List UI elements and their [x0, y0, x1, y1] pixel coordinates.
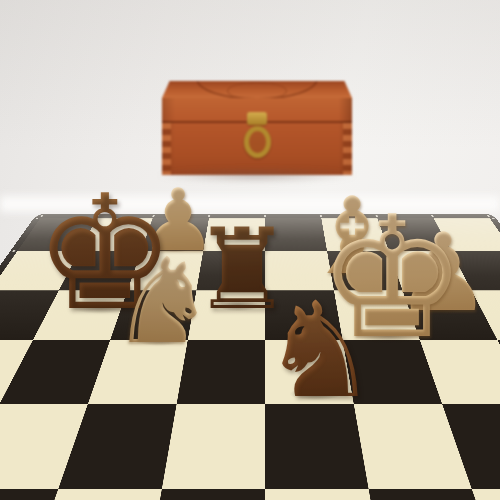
chess-piece-black-knight: ♞	[261, 284, 379, 416]
chess-pieces-layer: ♟♝♚♜♟♚♞♞	[0, 0, 500, 500]
black-knight-glyph: ♞	[261, 284, 379, 416]
white-knight-glyph: ♞	[110, 242, 216, 360]
chess-piece-white-knight: ♞	[110, 242, 216, 360]
photo-scene: ♟♝♚♜♟♚♞♞ Product photo of a wooden chess…	[0, 0, 500, 500]
